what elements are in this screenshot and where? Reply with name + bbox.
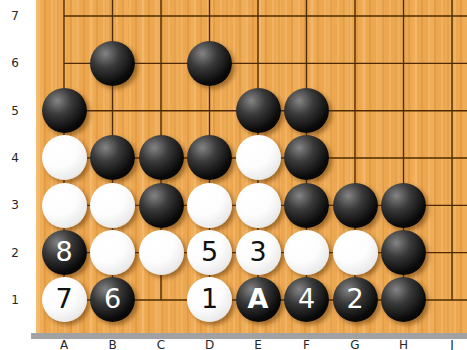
point-B5[interactable] [88, 87, 137, 134]
point-J7[interactable] [428, 0, 467, 40]
stone-black-B1[interactable]: 6 [90, 277, 135, 322]
point-E4[interactable] [234, 134, 283, 181]
point-G1[interactable]: 2 [331, 276, 380, 323]
point-H3[interactable] [379, 182, 428, 229]
point-A5[interactable] [40, 87, 89, 134]
stone-black-H3[interactable] [381, 183, 426, 228]
point-C2[interactable] [137, 229, 186, 276]
stone-label-A2: 8 [55, 238, 72, 265]
point-C5[interactable] [137, 87, 186, 134]
col-label-H: H [393, 339, 415, 350]
stone-black-D4[interactable] [187, 135, 232, 180]
point-B7[interactable] [88, 0, 137, 40]
stone-white-B2[interactable] [90, 230, 135, 275]
stone-black-F1[interactable]: 4 [284, 277, 329, 322]
stone-label-A1: 7 [55, 285, 72, 312]
stone-black-F3[interactable] [284, 183, 329, 228]
point-G3[interactable] [331, 182, 380, 229]
point-J5[interactable] [428, 87, 467, 134]
stone-white-A3[interactable] [42, 183, 87, 228]
point-A6[interactable] [40, 40, 89, 87]
stone-black-H2[interactable] [381, 230, 426, 275]
stone-label-E1: A [248, 285, 269, 312]
point-H5[interactable] [379, 87, 428, 134]
point-C6[interactable] [137, 40, 186, 87]
point-D3[interactable] [185, 182, 234, 229]
point-H7[interactable] [379, 0, 428, 40]
col-label-D: D [199, 339, 221, 350]
point-F1[interactable]: 4 [282, 276, 331, 323]
col-label-B: B [102, 339, 124, 350]
row-label-4: 4 [0, 152, 30, 164]
point-B2[interactable] [88, 229, 137, 276]
point-D2[interactable]: 5 [185, 229, 234, 276]
col-label-E: E [247, 339, 269, 350]
point-J6[interactable] [428, 40, 467, 87]
col-label-G: G [344, 339, 366, 350]
stone-black-E1[interactable]: A [236, 277, 281, 322]
point-E5[interactable] [234, 87, 283, 134]
point-C4[interactable] [137, 134, 186, 181]
point-A1[interactable]: 7 [40, 276, 89, 323]
stone-black-A5[interactable] [42, 88, 87, 133]
point-A2[interactable]: 8 [40, 229, 89, 276]
stone-label-G1: 2 [346, 285, 363, 312]
point-F5[interactable] [282, 87, 331, 134]
point-C7[interactable] [137, 0, 186, 40]
stone-black-E5[interactable] [236, 88, 281, 133]
stone-white-B3[interactable] [90, 183, 135, 228]
stone-white-E3[interactable] [236, 183, 281, 228]
point-B6[interactable] [88, 40, 137, 87]
point-G2[interactable] [331, 229, 380, 276]
stone-black-F5[interactable] [284, 88, 329, 133]
point-B4[interactable] [88, 134, 137, 181]
point-D4[interactable] [185, 134, 234, 181]
col-label-F: F [296, 339, 318, 350]
point-A7[interactable] [40, 0, 89, 40]
stone-black-G1[interactable]: 2 [333, 277, 378, 322]
stone-white-A1[interactable]: 7 [42, 277, 87, 322]
stone-white-G2[interactable] [333, 230, 378, 275]
row-label-1: 1 [0, 294, 30, 306]
board-grid: 853761A42 [40, 0, 467, 324]
stone-label-D1: 1 [201, 285, 218, 312]
point-F3[interactable] [282, 182, 331, 229]
col-label-J: J [441, 339, 463, 350]
point-G5[interactable] [331, 87, 380, 134]
point-B3[interactable] [88, 182, 137, 229]
point-E6[interactable] [234, 40, 283, 87]
stone-white-F2[interactable] [284, 230, 329, 275]
point-J2[interactable] [428, 229, 467, 276]
go-board-screenshot: 853761A42 7654321ABCDEFGHJ [0, 0, 467, 350]
row-label-7: 7 [0, 10, 30, 22]
point-C1[interactable] [137, 276, 186, 323]
stone-black-H1[interactable] [381, 277, 426, 322]
stone-black-B6[interactable] [90, 41, 135, 86]
row-label-3: 3 [0, 199, 30, 211]
point-B1[interactable]: 6 [88, 276, 137, 323]
stone-white-A4[interactable] [42, 135, 87, 180]
col-label-C: C [150, 339, 172, 350]
point-C3[interactable] [137, 182, 186, 229]
row-label-5: 5 [0, 105, 30, 117]
stone-black-C3[interactable] [139, 183, 184, 228]
point-G7[interactable] [331, 0, 380, 40]
stone-black-G3[interactable] [333, 183, 378, 228]
stone-black-D6[interactable] [187, 41, 232, 86]
col-label-A: A [53, 339, 75, 350]
stone-white-D1[interactable]: 1 [187, 277, 232, 322]
stone-white-D3[interactable] [187, 183, 232, 228]
point-F4[interactable] [282, 134, 331, 181]
row-label-2: 2 [0, 247, 30, 259]
stone-black-B4[interactable] [90, 135, 135, 180]
stone-label-B1: 6 [104, 285, 121, 312]
point-E7[interactable] [234, 0, 283, 40]
point-J1[interactable] [428, 276, 467, 323]
point-G4[interactable] [331, 134, 380, 181]
point-J3[interactable] [428, 182, 467, 229]
point-F7[interactable] [282, 0, 331, 40]
point-A4[interactable] [40, 134, 89, 181]
point-A3[interactable] [40, 182, 89, 229]
stone-white-E2[interactable]: 3 [236, 230, 281, 275]
stone-label-D2: 5 [201, 238, 218, 265]
point-H4[interactable] [379, 134, 428, 181]
stone-label-E2: 3 [249, 238, 266, 265]
point-E2[interactable]: 3 [234, 229, 283, 276]
point-D7[interactable] [185, 0, 234, 40]
row-label-6: 6 [0, 57, 30, 69]
stone-black-F4[interactable] [284, 135, 329, 180]
point-G6[interactable] [331, 40, 380, 87]
stone-white-D2[interactable]: 5 [187, 230, 232, 275]
point-D6[interactable] [185, 40, 234, 87]
stone-white-E4[interactable] [236, 135, 281, 180]
point-D1[interactable]: 1 [185, 276, 234, 323]
point-E3[interactable] [234, 182, 283, 229]
stone-label-F1: 4 [298, 285, 315, 312]
point-F6[interactable] [282, 40, 331, 87]
stone-black-C4[interactable] [139, 135, 184, 180]
stone-black-A2[interactable]: 8 [42, 230, 87, 275]
point-H2[interactable] [379, 229, 428, 276]
stone-white-C2[interactable] [139, 230, 184, 275]
point-H6[interactable] [379, 40, 428, 87]
point-E1[interactable]: A [234, 276, 283, 323]
point-H1[interactable] [379, 276, 428, 323]
point-J4[interactable] [428, 134, 467, 181]
point-D5[interactable] [185, 87, 234, 134]
point-F2[interactable] [282, 229, 331, 276]
